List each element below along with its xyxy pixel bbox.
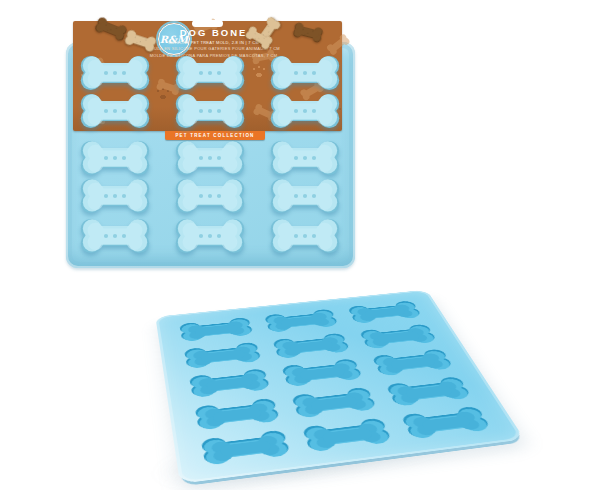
collection-banner: PET TREAT COLLECTION — [165, 131, 265, 140]
product-description-line: MOULE EN SILICONE POUR GATERIES POUR ANI… — [85, 46, 342, 51]
bone-cavity-front — [172, 140, 248, 176]
bone-cavity-front — [267, 178, 343, 214]
tilted-mold — [155, 290, 524, 484]
bone-cavity-front — [77, 93, 153, 129]
bone-cavity-front — [172, 218, 248, 254]
bone-cavity-front — [267, 218, 343, 254]
bone-cavity-front — [77, 178, 153, 214]
bone-cavity-tilted — [198, 426, 294, 469]
bone-cavity-front — [172, 55, 248, 91]
bone-cavity-tilted — [299, 414, 396, 456]
bone-cavity-front — [267, 55, 343, 91]
bone-cavity-front — [267, 93, 343, 129]
bone-cavity-front — [77, 218, 153, 254]
bone-cavity-front — [267, 140, 343, 176]
bone-cavity-front — [77, 140, 153, 176]
bone-cavity-tilted — [397, 403, 496, 443]
bone-cavity-front — [77, 55, 153, 91]
bone-cavity-front — [172, 178, 248, 214]
bone-cavity-front — [172, 93, 248, 129]
hang-slot — [192, 20, 223, 27]
product-photo: R&M DOG BONE SILICONE PET TREAT MOLD, 2.… — [0, 0, 598, 490]
tilted-mold-cavities — [177, 298, 495, 469]
